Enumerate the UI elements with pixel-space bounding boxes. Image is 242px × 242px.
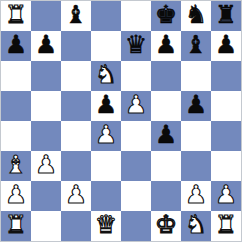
- square-g4[interactable]: [181, 121, 211, 151]
- square-g8[interactable]: ♞: [181, 1, 211, 31]
- square-b3[interactable]: ♟: [31, 151, 61, 181]
- square-h2[interactable]: ♟: [211, 181, 241, 211]
- piece-white-queen[interactable]: ♛: [95, 211, 117, 240]
- square-f2[interactable]: [151, 181, 181, 211]
- piece-white-pawn[interactable]: ♟: [185, 181, 207, 210]
- square-f1[interactable]: ♚: [151, 211, 181, 241]
- square-a6[interactable]: [1, 61, 31, 91]
- piece-black-bishop[interactable]: ♝: [185, 31, 207, 60]
- piece-white-rook[interactable]: ♜: [5, 211, 27, 240]
- square-b4[interactable]: [31, 121, 61, 151]
- square-e7[interactable]: ♛: [121, 31, 151, 61]
- piece-white-pawn[interactable]: ♟: [65, 181, 87, 210]
- square-g6[interactable]: [181, 61, 211, 91]
- square-d5[interactable]: ♟: [91, 91, 121, 121]
- square-e3[interactable]: [121, 151, 151, 181]
- square-h5[interactable]: [211, 91, 241, 121]
- square-d6[interactable]: ♞: [91, 61, 121, 91]
- chess-board: ♜♝♚♞♜♟♟♛♟♝♟♞♟♟♟♟♟♝♟♟♟♟♟♜♛♚♞♜: [0, 0, 242, 242]
- piece-white-knight[interactable]: ♞: [185, 211, 207, 240]
- square-f7[interactable]: ♟: [151, 31, 181, 61]
- square-e6[interactable]: [121, 61, 151, 91]
- piece-black-knight[interactable]: ♞: [185, 1, 207, 30]
- square-b2[interactable]: [31, 181, 61, 211]
- square-c6[interactable]: [61, 61, 91, 91]
- square-a5[interactable]: [1, 91, 31, 121]
- piece-white-pawn[interactable]: ♟: [95, 121, 117, 150]
- square-g3[interactable]: [181, 151, 211, 181]
- piece-black-queen[interactable]: ♛: [125, 31, 147, 60]
- square-c7[interactable]: [61, 31, 91, 61]
- square-d2[interactable]: [91, 181, 121, 211]
- square-h6[interactable]: [211, 61, 241, 91]
- square-d4[interactable]: ♟: [91, 121, 121, 151]
- square-a7[interactable]: ♟: [1, 31, 31, 61]
- piece-white-pawn[interactable]: ♟: [215, 181, 237, 210]
- piece-black-pawn[interactable]: ♟: [155, 31, 177, 60]
- square-d8[interactable]: [91, 1, 121, 31]
- square-d3[interactable]: [91, 151, 121, 181]
- piece-black-bishop[interactable]: ♝: [65, 1, 87, 30]
- piece-black-pawn[interactable]: ♟: [95, 91, 117, 120]
- square-f8[interactable]: ♚: [151, 1, 181, 31]
- square-h8[interactable]: ♜: [211, 1, 241, 31]
- piece-white-pawn[interactable]: ♟: [35, 151, 57, 180]
- piece-white-rook[interactable]: ♜: [5, 1, 27, 30]
- square-b6[interactable]: [31, 61, 61, 91]
- square-a1[interactable]: ♜: [1, 211, 31, 241]
- piece-black-pawn[interactable]: ♟: [35, 31, 57, 60]
- square-f3[interactable]: [151, 151, 181, 181]
- square-c4[interactable]: [61, 121, 91, 151]
- piece-black-pawn[interactable]: ♟: [5, 31, 27, 60]
- piece-black-pawn[interactable]: ♟: [155, 121, 177, 150]
- piece-white-pawn[interactable]: ♟: [125, 91, 147, 120]
- square-c5[interactable]: [61, 91, 91, 121]
- square-h7[interactable]: ♟: [211, 31, 241, 61]
- square-e2[interactable]: [121, 181, 151, 211]
- piece-white-knight[interactable]: ♞: [95, 61, 117, 90]
- piece-white-rook[interactable]: ♜: [215, 211, 237, 240]
- square-f4[interactable]: ♟: [151, 121, 181, 151]
- square-h4[interactable]: [211, 121, 241, 151]
- square-b7[interactable]: ♟: [31, 31, 61, 61]
- square-c8[interactable]: ♝: [61, 1, 91, 31]
- square-e5[interactable]: ♟: [121, 91, 151, 121]
- square-g2[interactable]: ♟: [181, 181, 211, 211]
- piece-black-rook[interactable]: ♜: [215, 1, 237, 30]
- square-h1[interactable]: ♜: [211, 211, 241, 241]
- piece-white-bishop[interactable]: ♝: [5, 151, 27, 180]
- piece-black-pawn[interactable]: ♟: [215, 31, 237, 60]
- square-d1[interactable]: ♛: [91, 211, 121, 241]
- square-e8[interactable]: [121, 1, 151, 31]
- piece-black-king[interactable]: ♚: [155, 1, 177, 30]
- square-b8[interactable]: [31, 1, 61, 31]
- square-g7[interactable]: ♝: [181, 31, 211, 61]
- square-f6[interactable]: [151, 61, 181, 91]
- piece-white-pawn[interactable]: ♟: [5, 181, 27, 210]
- square-a3[interactable]: ♝: [1, 151, 31, 181]
- square-a4[interactable]: [1, 121, 31, 151]
- square-b5[interactable]: [31, 91, 61, 121]
- square-e4[interactable]: [121, 121, 151, 151]
- square-f5[interactable]: [151, 91, 181, 121]
- square-a8[interactable]: ♜: [1, 1, 31, 31]
- square-a2[interactable]: ♟: [1, 181, 31, 211]
- square-g1[interactable]: ♞: [181, 211, 211, 241]
- square-c2[interactable]: ♟: [61, 181, 91, 211]
- square-g5[interactable]: ♟: [181, 91, 211, 121]
- square-c3[interactable]: [61, 151, 91, 181]
- piece-white-king[interactable]: ♚: [155, 211, 177, 240]
- square-c1[interactable]: [61, 211, 91, 241]
- square-b1[interactable]: [31, 211, 61, 241]
- piece-black-pawn[interactable]: ♟: [185, 91, 207, 120]
- square-e1[interactable]: [121, 211, 151, 241]
- square-h3[interactable]: [211, 151, 241, 181]
- square-d7[interactable]: [91, 31, 121, 61]
